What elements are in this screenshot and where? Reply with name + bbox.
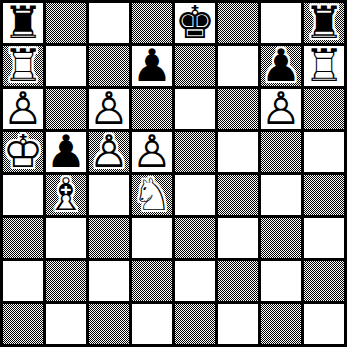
piece-white-bishop[interactable]: ♝♗ xyxy=(46,175,86,215)
square-f4[interactable] xyxy=(218,175,258,215)
square-d3[interactable] xyxy=(132,218,172,258)
piece-white-pawn[interactable]: ♟♙ xyxy=(261,89,301,129)
piece-glyph: ♗ xyxy=(46,175,86,215)
square-g1[interactable] xyxy=(261,304,301,344)
piece-white-pawn[interactable]: ♟♙ xyxy=(3,89,43,129)
square-e3[interactable] xyxy=(175,218,215,258)
square-c4[interactable] xyxy=(89,175,129,215)
piece-glyph: ♖ xyxy=(304,46,344,86)
square-c8[interactable] xyxy=(89,3,129,43)
square-d8[interactable] xyxy=(132,3,172,43)
piece-white-knight[interactable]: ♞♘ xyxy=(132,175,172,215)
square-a5[interactable]: ♚♔ xyxy=(3,132,43,172)
square-c3[interactable] xyxy=(89,218,129,258)
piece-glyph: ♚ xyxy=(175,3,215,43)
piece-glyph: ♙ xyxy=(3,89,43,129)
square-f5[interactable] xyxy=(218,132,258,172)
square-c6[interactable]: ♟♙ xyxy=(89,89,129,129)
square-d6[interactable] xyxy=(132,89,172,129)
square-f3[interactable] xyxy=(218,218,258,258)
square-d2[interactable] xyxy=(132,261,172,301)
square-c2[interactable] xyxy=(89,261,129,301)
square-g7[interactable]: ♟♟ xyxy=(261,46,301,86)
square-a7[interactable]: ♜♖ xyxy=(3,46,43,86)
square-b7[interactable] xyxy=(46,46,86,86)
square-h4[interactable] xyxy=(304,175,344,215)
square-h1[interactable] xyxy=(304,304,344,344)
square-d1[interactable] xyxy=(132,304,172,344)
piece-glyph: ♟ xyxy=(261,46,301,86)
square-g5[interactable] xyxy=(261,132,301,172)
square-f8[interactable] xyxy=(218,3,258,43)
square-b1[interactable] xyxy=(46,304,86,344)
square-f1[interactable] xyxy=(218,304,258,344)
square-h5[interactable] xyxy=(304,132,344,172)
square-e4[interactable] xyxy=(175,175,215,215)
square-e1[interactable] xyxy=(175,304,215,344)
square-h3[interactable] xyxy=(304,218,344,258)
piece-white-pawn[interactable]: ♟♙ xyxy=(89,89,129,129)
piece-black-pawn[interactable]: ♟♟ xyxy=(132,46,172,86)
piece-glyph: ♙ xyxy=(261,89,301,129)
square-f2[interactable] xyxy=(218,261,258,301)
square-b8[interactable] xyxy=(46,3,86,43)
square-b3[interactable] xyxy=(46,218,86,258)
piece-black-rook[interactable]: ♜♜ xyxy=(304,3,344,43)
square-e8[interactable]: ♚♚ xyxy=(175,3,215,43)
square-b6[interactable] xyxy=(46,89,86,129)
piece-white-king[interactable]: ♚♔ xyxy=(3,132,43,172)
square-e5[interactable] xyxy=(175,132,215,172)
chess-board: ♜♜♚♚♜♜♜♖♟♟♟♟♜♖♟♙♟♙♟♙♚♔♟♟♟♙♟♙♝♗♞♘ xyxy=(0,0,347,347)
square-e6[interactable] xyxy=(175,89,215,129)
square-d7[interactable]: ♟♟ xyxy=(132,46,172,86)
piece-black-pawn[interactable]: ♟♟ xyxy=(261,46,301,86)
square-c5[interactable]: ♟♙ xyxy=(89,132,129,172)
piece-glyph: ♙ xyxy=(89,132,129,172)
square-d5[interactable]: ♟♙ xyxy=(132,132,172,172)
piece-glyph: ♟ xyxy=(46,132,86,172)
piece-glyph: ♖ xyxy=(3,46,43,86)
square-a6[interactable]: ♟♙ xyxy=(3,89,43,129)
piece-black-king[interactable]: ♚♚ xyxy=(175,3,215,43)
square-b4[interactable]: ♝♗ xyxy=(46,175,86,215)
square-d4[interactable]: ♞♘ xyxy=(132,175,172,215)
piece-white-rook[interactable]: ♜♖ xyxy=(3,46,43,86)
piece-glyph: ♙ xyxy=(89,89,129,129)
square-a3[interactable] xyxy=(3,218,43,258)
piece-glyph: ♔ xyxy=(3,132,43,172)
square-b5[interactable]: ♟♟ xyxy=(46,132,86,172)
square-h8[interactable]: ♜♜ xyxy=(304,3,344,43)
square-g6[interactable]: ♟♙ xyxy=(261,89,301,129)
square-g2[interactable] xyxy=(261,261,301,301)
piece-white-pawn[interactable]: ♟♙ xyxy=(89,132,129,172)
square-a4[interactable] xyxy=(3,175,43,215)
piece-glyph: ♜ xyxy=(3,3,43,43)
square-g4[interactable] xyxy=(261,175,301,215)
square-a2[interactable] xyxy=(3,261,43,301)
square-c1[interactable] xyxy=(89,304,129,344)
square-a8[interactable]: ♜♜ xyxy=(3,3,43,43)
piece-glyph: ♟ xyxy=(132,46,172,86)
square-e7[interactable] xyxy=(175,46,215,86)
piece-black-pawn[interactable]: ♟♟ xyxy=(46,132,86,172)
square-f6[interactable] xyxy=(218,89,258,129)
square-f7[interactable] xyxy=(218,46,258,86)
square-b2[interactable] xyxy=(46,261,86,301)
piece-black-rook[interactable]: ♜♜ xyxy=(3,3,43,43)
piece-glyph: ♘ xyxy=(132,175,172,215)
piece-white-rook[interactable]: ♜♖ xyxy=(304,46,344,86)
square-h7[interactable]: ♜♖ xyxy=(304,46,344,86)
square-c7[interactable] xyxy=(89,46,129,86)
square-g8[interactable] xyxy=(261,3,301,43)
square-g3[interactable] xyxy=(261,218,301,258)
square-e2[interactable] xyxy=(175,261,215,301)
piece-white-pawn[interactable]: ♟♙ xyxy=(132,132,172,172)
square-a1[interactable] xyxy=(3,304,43,344)
square-h2[interactable] xyxy=(304,261,344,301)
square-h6[interactable] xyxy=(304,89,344,129)
piece-glyph: ♜ xyxy=(304,3,344,43)
piece-glyph: ♙ xyxy=(132,132,172,172)
